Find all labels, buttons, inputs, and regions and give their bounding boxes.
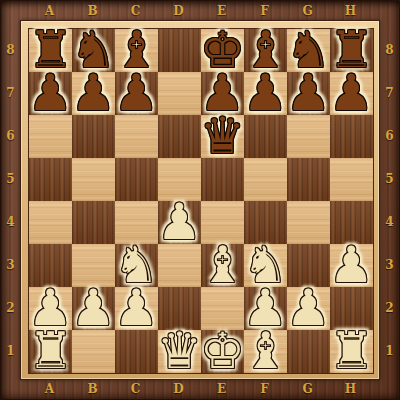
square-d7[interactable] (158, 72, 201, 115)
square-b1[interactable] (72, 330, 115, 373)
square-g5[interactable] (287, 158, 330, 201)
white-pawn[interactable]: ♟ (286, 287, 331, 330)
rank-label-8: 8 (380, 28, 399, 71)
square-d6[interactable] (158, 115, 201, 158)
file-label-d: D (157, 1, 200, 20)
file-label-e: E (200, 379, 243, 398)
black-pawn[interactable]: ♟ (28, 72, 73, 115)
chess-app: ABCDEFGH ABCDEFGH 87654321 87654321 ♜♞♝♚… (0, 0, 400, 400)
file-label-c: C (114, 379, 157, 398)
square-d1[interactable]: ♛ (158, 330, 201, 373)
square-a6[interactable] (29, 115, 72, 158)
black-queen[interactable]: ♛ (200, 115, 245, 158)
rank-labels-right: 87654321 (380, 28, 399, 372)
black-pawn[interactable]: ♟ (243, 72, 288, 115)
square-e3[interactable]: ♝ (201, 244, 244, 287)
rank-label-3: 3 (1, 243, 20, 286)
square-c6[interactable] (115, 115, 158, 158)
file-label-h: H (329, 1, 372, 20)
black-pawn[interactable]: ♟ (71, 72, 116, 115)
black-pawn[interactable]: ♟ (329, 72, 374, 115)
square-h7[interactable]: ♟ (330, 72, 373, 115)
square-f1[interactable]: ♝ (244, 330, 287, 373)
square-a1[interactable]: ♜ (29, 330, 72, 373)
square-c2[interactable]: ♟ (115, 287, 158, 330)
white-bishop[interactable]: ♝ (200, 244, 245, 287)
white-bishop[interactable]: ♝ (243, 330, 288, 373)
file-label-c: C (114, 1, 157, 20)
white-pawn[interactable]: ♟ (329, 244, 374, 287)
rank-label-3: 3 (380, 243, 399, 286)
rank-label-2: 2 (380, 286, 399, 329)
square-g1[interactable] (287, 330, 330, 373)
square-f6[interactable] (244, 115, 287, 158)
file-label-g: G (286, 1, 329, 20)
square-c1[interactable] (115, 330, 158, 373)
file-label-b: B (71, 379, 114, 398)
square-b6[interactable] (72, 115, 115, 158)
file-labels-bottom: ABCDEFGH (28, 379, 372, 398)
square-e5[interactable] (201, 158, 244, 201)
square-h5[interactable] (330, 158, 373, 201)
rank-label-7: 7 (380, 71, 399, 114)
square-b4[interactable] (72, 201, 115, 244)
file-label-a: A (28, 1, 71, 20)
rank-label-7: 7 (1, 71, 20, 114)
white-pawn[interactable]: ♟ (157, 201, 202, 244)
file-label-e: E (200, 1, 243, 20)
white-rook[interactable]: ♜ (329, 330, 374, 373)
rank-label-4: 4 (380, 200, 399, 243)
rank-label-8: 8 (1, 28, 20, 71)
file-label-g: G (286, 379, 329, 398)
white-queen[interactable]: ♛ (157, 330, 202, 373)
square-c5[interactable] (115, 158, 158, 201)
square-f5[interactable] (244, 158, 287, 201)
square-b5[interactable] (72, 158, 115, 201)
file-labels-top: ABCDEFGH (28, 1, 372, 20)
square-h1[interactable]: ♜ (330, 330, 373, 373)
square-b2[interactable]: ♟ (72, 287, 115, 330)
file-label-b: B (71, 1, 114, 20)
square-a4[interactable] (29, 201, 72, 244)
rank-label-6: 6 (380, 114, 399, 157)
rank-labels-left: 87654321 (1, 28, 20, 372)
square-d3[interactable] (158, 244, 201, 287)
square-d8[interactable] (158, 29, 201, 72)
black-pawn[interactable]: ♟ (114, 72, 159, 115)
white-pawn[interactable]: ♟ (114, 287, 159, 330)
chess-board: ♜♞♝♚♝♞♜♟♟♟♟♟♟♟♛♟♞♝♞♟♟♟♟♟♟♜♛♚♝♜ (29, 29, 373, 373)
square-f7[interactable]: ♟ (244, 72, 287, 115)
rank-label-5: 5 (380, 157, 399, 200)
rank-label-5: 5 (1, 157, 20, 200)
square-g6[interactable] (287, 115, 330, 158)
square-g2[interactable]: ♟ (287, 287, 330, 330)
rank-label-2: 2 (1, 286, 20, 329)
square-a7[interactable]: ♟ (29, 72, 72, 115)
square-e6[interactable]: ♛ (201, 115, 244, 158)
square-d4[interactable]: ♟ (158, 201, 201, 244)
square-c7[interactable]: ♟ (115, 72, 158, 115)
white-king[interactable]: ♚ (200, 330, 245, 373)
file-label-f: F (243, 1, 286, 20)
rank-label-4: 4 (1, 200, 20, 243)
file-label-a: A (28, 379, 71, 398)
file-label-d: D (157, 379, 200, 398)
square-g4[interactable] (287, 201, 330, 244)
rank-label-1: 1 (380, 329, 399, 372)
square-h3[interactable]: ♟ (330, 244, 373, 287)
square-g7[interactable]: ♟ (287, 72, 330, 115)
rank-label-1: 1 (1, 329, 20, 372)
file-label-h: H (329, 379, 372, 398)
white-pawn[interactable]: ♟ (71, 287, 116, 330)
rank-label-6: 6 (1, 114, 20, 157)
square-e1[interactable]: ♚ (201, 330, 244, 373)
file-label-f: F (243, 379, 286, 398)
white-rook[interactable]: ♜ (28, 330, 73, 373)
board-inner-border: ♜♞♝♚♝♞♜♟♟♟♟♟♟♟♛♟♞♝♞♟♟♟♟♟♟♜♛♚♝♜ (20, 20, 380, 380)
square-b7[interactable]: ♟ (72, 72, 115, 115)
black-pawn[interactable]: ♟ (286, 72, 331, 115)
square-h6[interactable] (330, 115, 373, 158)
square-a5[interactable] (29, 158, 72, 201)
